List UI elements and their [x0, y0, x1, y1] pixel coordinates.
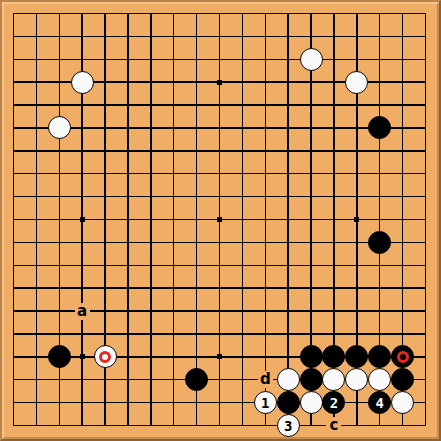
grid-line-vertical	[287, 13, 289, 427]
black-stone-P4	[322, 345, 345, 368]
grid-line-vertical	[425, 13, 427, 427]
white-stone-D16	[71, 71, 94, 94]
point-label-c: c	[326, 417, 341, 434]
black-stone-S3	[391, 368, 414, 391]
circle-marker-icon	[397, 351, 409, 363]
star-point	[80, 354, 85, 359]
black-stone-Q4	[345, 345, 368, 368]
circle-marker-icon	[99, 351, 111, 363]
white-stone-P3	[322, 368, 345, 391]
point-label-a: a	[75, 303, 90, 320]
white-stone-S2	[391, 391, 414, 414]
black-stone-S4	[391, 345, 414, 368]
black-stone-R9	[368, 231, 391, 254]
grid-line-horizontal	[13, 242, 427, 244]
black-stone-J3	[185, 368, 208, 391]
white-stone-N1: 3	[277, 414, 300, 437]
star-point	[217, 217, 222, 222]
go-board: acd 1243	[0, 0, 441, 441]
star-point	[217, 80, 222, 85]
grid-line-horizontal	[13, 333, 427, 335]
star-point	[217, 354, 222, 359]
black-stone-R2: 4	[368, 391, 391, 414]
grid-line-horizontal	[13, 287, 427, 289]
black-stone-C4	[48, 345, 71, 368]
white-stone-N3	[277, 368, 300, 391]
black-stone-P2: 2	[322, 391, 345, 414]
grid-line-vertical	[242, 13, 244, 427]
white-stone-R3	[368, 368, 391, 391]
grid-line-horizontal	[13, 425, 427, 427]
black-stone-O4	[300, 345, 323, 368]
black-stone-R4	[368, 345, 391, 368]
white-stone-E4	[94, 345, 117, 368]
white-stone-Q16	[345, 71, 368, 94]
grid-line-vertical	[265, 13, 267, 427]
white-stone-O17	[300, 48, 323, 71]
white-stone-O2	[300, 391, 323, 414]
white-stone-M2: 1	[254, 391, 277, 414]
point-label-d: d	[258, 371, 273, 388]
white-stone-C14	[48, 116, 71, 139]
black-stone-O3	[300, 368, 323, 391]
white-stone-Q3	[345, 368, 368, 391]
black-stone-R14	[368, 116, 391, 139]
star-point	[80, 217, 85, 222]
grid-line-horizontal	[13, 265, 427, 267]
star-point	[354, 217, 359, 222]
grid-line-horizontal	[13, 402, 427, 404]
black-stone-N2	[277, 391, 300, 414]
